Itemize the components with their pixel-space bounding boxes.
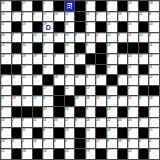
cell-r9c14[interactable]: 24 — [149, 96, 159, 106]
cipher-number: 24 — [43, 54, 47, 57]
cell-r14c7 — [75, 149, 85, 159]
cell-r4c6[interactable]: 20 — [65, 43, 75, 53]
cipher-number: 14 — [149, 22, 153, 25]
cell-r14c9 — [96, 149, 106, 159]
cipher-number: 11 — [128, 96, 131, 99]
cell-r14c8[interactable]: 19 — [86, 149, 96, 159]
cell-r7c6[interactable]: 8 — [65, 75, 75, 85]
cell-r2c1 — [12, 22, 22, 32]
cell-r14c0[interactable]: 12 — [1, 149, 11, 159]
cell-r1c14[interactable]: 8 — [149, 12, 159, 22]
cell-r1c12[interactable]: 7 — [128, 12, 138, 22]
cell-r9c1[interactable]: 18 — [12, 96, 22, 106]
cell-r13c5[interactable]: 6 — [54, 139, 64, 149]
cipher-number: 25 — [43, 33, 47, 36]
cell-r2c14[interactable]: 14 — [149, 22, 159, 32]
cell-r13c1[interactable]: 3 — [12, 139, 22, 149]
cipher-number: 22 — [149, 75, 153, 78]
cell-r7c4 — [43, 75, 53, 85]
cipher-number: 17 — [139, 54, 143, 57]
cell-r5c3[interactable]: 19 — [33, 54, 43, 64]
cipher-number: 2 — [86, 22, 88, 25]
cipher-number: 8 — [118, 96, 120, 99]
cell-r1c10[interactable]: 17 — [107, 12, 117, 22]
cipher-number: 11 — [128, 33, 131, 36]
cell-r7c9[interactable]: 26 — [96, 75, 106, 85]
cell-r9c9[interactable]: 11 — [96, 96, 106, 106]
cell-r11c8[interactable]: 18 — [86, 118, 96, 128]
cell-r12c2[interactable]: 21 — [22, 128, 32, 138]
cell-r1c9[interactable]: 8 — [96, 12, 106, 22]
cell-r11c12[interactable]: 26 — [128, 118, 138, 128]
cipher-number: 10 — [86, 139, 90, 142]
cell-r12c11 — [118, 128, 128, 138]
cell-r5c12[interactable]: 14 — [128, 54, 138, 64]
cell-r6c11 — [118, 65, 128, 75]
cell-r7c13[interactable]: 2 — [139, 75, 149, 85]
cipher-number: 2 — [128, 86, 130, 89]
cipher-number: 9 — [22, 86, 24, 89]
cell-r5c11[interactable]: 3 — [118, 54, 128, 64]
cell-r6c7 — [75, 65, 85, 75]
cell-r9c3[interactable]: 15 — [33, 96, 43, 106]
cipher-number: 24 — [96, 118, 100, 121]
cipher-number: 8 — [128, 107, 130, 110]
cell-r10c7 — [75, 107, 85, 117]
cipher-number: 8 — [107, 54, 109, 57]
cell-r6c9 — [96, 65, 106, 75]
cell-r4c0[interactable]: 25 — [1, 43, 11, 53]
cipher-number: 8 — [1, 128, 3, 131]
cell-r3c7[interactable]: 8 — [75, 33, 85, 43]
cell-r9c2[interactable]: 16 — [22, 96, 32, 106]
cipher-number: 11 — [149, 43, 152, 46]
cipher-number: 8 — [1, 75, 3, 78]
cell-r12c4[interactable]: 8 — [43, 128, 53, 138]
cell-r0c12[interactable]: 10 — [128, 1, 138, 11]
cell-r13c9[interactable]: 17 — [96, 139, 106, 149]
cell-r4c2[interactable]: 10 — [22, 43, 32, 53]
cipher-number: 9 — [107, 86, 109, 89]
cipher-number: 26 — [96, 75, 100, 78]
cell-r2c9 — [96, 22, 106, 32]
cell-r0c2[interactable]: 17 — [22, 1, 32, 11]
cell-r11c0[interactable]: 10 — [1, 118, 11, 128]
cell-r12c14[interactable]: 25 — [149, 128, 159, 138]
cipher-number: 8 — [149, 33, 151, 36]
cell-r5c9 — [96, 54, 106, 64]
cell-r5c8 — [86, 54, 96, 64]
cell-r14c14[interactable]: 8 — [149, 149, 159, 159]
cell-r8c6[interactable]: 15 — [65, 86, 75, 96]
cipher-number: 17 — [43, 86, 47, 89]
cipher-number: 26 — [54, 33, 58, 36]
cipher-number: 20 — [65, 43, 69, 46]
cell-r4c10[interactable]: 18 — [107, 43, 117, 53]
cell-r0c0[interactable]: 16 — [1, 1, 11, 11]
cipher-number: 10 — [128, 1, 132, 4]
cipher-number: 24 — [1, 139, 5, 142]
cell-r6c0 — [1, 65, 11, 75]
cell-r0c8[interactable]: 8 — [86, 1, 96, 11]
cell-r1c6[interactable]: 11 — [65, 12, 75, 22]
cipher-number: 11 — [139, 12, 142, 15]
cipher-number: 24 — [128, 149, 132, 152]
cell-r5c6[interactable]: 11 — [65, 54, 75, 64]
cell-r2c8[interactable]: 2 — [86, 22, 96, 32]
cipher-number: 14 — [43, 149, 47, 152]
cipher-number: 18 — [86, 118, 90, 121]
cell-r9c6 — [65, 96, 75, 106]
cell-r9c11[interactable]: 8 — [118, 96, 128, 106]
cipher-number: 16 — [22, 96, 26, 99]
cipher-number: 8 — [22, 118, 24, 121]
cipher-number: 15 — [65, 86, 69, 89]
cipher-number: 18 — [22, 54, 26, 57]
cipher-number: 18 — [149, 54, 153, 57]
cell-r1c8[interactable]: 11 — [86, 12, 96, 22]
cell-r7c14[interactable]: 22 — [149, 75, 159, 85]
cell-r6c12[interactable]: 11 — [128, 65, 138, 75]
cell-r8c14 — [149, 86, 159, 96]
cell-r11c10[interactable]: 22 — [107, 118, 117, 128]
cipher-number: 11 — [1, 22, 4, 25]
cell-r3c0[interactable]: 26 — [1, 33, 11, 43]
cell-r8c2[interactable]: 9 — [22, 86, 32, 96]
cell-r3c13[interactable]: 14 — [139, 33, 149, 43]
cell-r12c13 — [139, 128, 149, 138]
entered-letter: D — [43, 24, 53, 32]
cell-r3c6[interactable]: 13 — [65, 33, 75, 43]
cell-r5c1[interactable]: 3 — [12, 54, 22, 64]
cipher-number: 24 — [65, 149, 69, 152]
cell-r11c1[interactable]: 2 — [12, 118, 22, 128]
cell-r14c2[interactable]: 18 — [22, 149, 32, 159]
cell-r2c12[interactable]: 15 — [128, 22, 138, 32]
cipher-number: 11 — [128, 65, 131, 68]
cell-r1c5[interactable]: 14 — [54, 12, 64, 22]
cell-r8c4[interactable]: 17 — [43, 86, 53, 96]
cell-r8c7 — [75, 86, 85, 96]
cipher-number: 14 — [54, 12, 58, 15]
cell-r0c6[interactable]: 26B — [65, 1, 75, 11]
cell-r11c2[interactable]: 8 — [22, 118, 32, 128]
cipher-number: 10 — [22, 43, 26, 46]
cell-r1c3[interactable]: 8 — [33, 12, 43, 22]
cell-r12c0[interactable]: 8 — [1, 128, 11, 138]
cell-r8c0[interactable]: 8 — [1, 86, 11, 96]
cipher-number: 11 — [86, 12, 89, 15]
cell-r7c8[interactable]: 8 — [86, 75, 96, 85]
cipher-number: 15 — [128, 22, 132, 25]
cell-r7c3[interactable]: 13 — [33, 75, 43, 85]
cipher-number: 25 — [1, 43, 5, 46]
cell-r7c10 — [107, 75, 117, 85]
cipher-number: 8 — [54, 54, 56, 57]
cell-r9c13[interactable]: 8 — [139, 96, 149, 106]
cell-r7c5[interactable]: 18 — [54, 75, 64, 85]
cipher-number: 26 — [75, 75, 79, 78]
cipher-number: 10 — [1, 54, 5, 57]
cell-r6c2[interactable]: 17 — [22, 65, 32, 75]
cipher-number: 17 — [107, 12, 111, 15]
cell-r10c10[interactable]: 18 — [107, 107, 117, 117]
cipher-number: 26 — [1, 33, 5, 36]
cell-r0c9 — [96, 1, 106, 11]
cipher-number: 9 — [86, 107, 88, 110]
cell-r9c0[interactable]: 11 — [1, 96, 11, 106]
cell-r2c6[interactable]: 26 — [65, 22, 75, 32]
cipher-number: 23 — [86, 65, 90, 68]
cipher-number: 18 — [54, 75, 58, 78]
cipher-number: 11 — [65, 54, 68, 57]
cell-r6c6[interactable]: 24 — [65, 65, 75, 75]
cell-r13c8[interactable]: 10 — [86, 139, 96, 149]
cell-r5c5[interactable]: 8 — [54, 54, 64, 64]
cipher-number: 8 — [22, 33, 24, 36]
cell-r8c8[interactable]: 17 — [86, 86, 96, 96]
cell-r5c7[interactable]: 18 — [75, 54, 85, 64]
cipher-number: 26 — [86, 33, 90, 36]
cipher-number: 17 — [128, 128, 132, 131]
cell-r10c2 — [22, 107, 32, 117]
cipher-number: 24 — [75, 96, 79, 99]
cell-r4c1 — [12, 43, 22, 53]
cell-r4c4[interactable]: 9 — [43, 43, 53, 53]
cell-r10c14[interactable]: 2 — [149, 107, 159, 117]
cipher-number: 18 — [107, 107, 111, 110]
cell-r5c10[interactable]: 8 — [107, 54, 117, 64]
cell-r4c8[interactable]: 8 — [86, 43, 96, 53]
cipher-number: 7 — [128, 12, 130, 15]
cell-r1c11[interactable]: 24 — [118, 12, 128, 22]
cell-r8c12[interactable]: 2 — [128, 86, 138, 96]
cipher-number: 17 — [43, 12, 47, 15]
cell-r8c10[interactable]: 9 — [107, 86, 117, 96]
cell-r2c10[interactable]: 26 — [107, 22, 117, 32]
cell-r13c3[interactable]: 16 — [33, 139, 43, 149]
cell-r4c5 — [54, 43, 64, 53]
cell-r10c12[interactable]: 8 — [128, 107, 138, 117]
cipher-number: 8 — [33, 12, 35, 15]
cipher-number: 18 — [107, 43, 111, 46]
cell-r5c14[interactable]: 18 — [149, 54, 159, 64]
cell-r5c2[interactable]: 18 — [22, 54, 32, 64]
cipher-number: 4 — [149, 139, 151, 142]
cell-r0c10[interactable]: 2 — [107, 1, 117, 11]
cell-r7c2[interactable]: 12 — [22, 75, 32, 85]
cell-r11c6[interactable]: 17 — [65, 118, 75, 128]
cell-r8c9 — [96, 86, 106, 96]
cell-r6c14[interactable]: 11 — [149, 65, 159, 75]
cipher-number: 4 — [65, 139, 67, 142]
cell-r3c3[interactable]: 10 — [33, 33, 43, 43]
cell-r3c8[interactable]: 26 — [86, 33, 96, 43]
cell-r6c4[interactable]: 26 — [43, 65, 53, 75]
cell-r1c0[interactable]: 15 — [1, 12, 11, 22]
cell-r11c9[interactable]: 24 — [96, 118, 106, 128]
cell-r0c4[interactable]: 1 — [43, 1, 53, 11]
cipher-number: 6 — [54, 139, 56, 142]
cell-r11c14[interactable]: 7 — [149, 118, 159, 128]
cipher-number: 1 — [43, 1, 45, 4]
cipher-number: 16 — [33, 139, 37, 142]
cell-r3c4[interactable]: 25 — [43, 33, 53, 43]
cell-r3c10[interactable]: 15 — [107, 33, 117, 43]
cell-r7c0[interactable]: 8 — [1, 75, 11, 85]
cipher-number: 8 — [128, 139, 130, 142]
cell-r12c10[interactable]: 18 — [107, 128, 117, 138]
cell-r9c12[interactable]: 11 — [128, 96, 138, 106]
cell-r6c8[interactable]: 23 — [86, 65, 96, 75]
cell-r14c6[interactable]: 24 — [65, 149, 75, 159]
cell-r13c6[interactable]: 4 — [65, 139, 75, 149]
cell-r11c7[interactable]: 8 — [75, 118, 85, 128]
cipher-number: 16 — [1, 1, 5, 4]
cell-r6c5 — [54, 65, 64, 75]
cell-r10c5 — [54, 107, 64, 117]
cell-r8c11 — [118, 86, 128, 96]
cell-r12c6[interactable]: 19 — [65, 128, 75, 138]
cell-r13c10[interactable]: 8 — [107, 139, 117, 149]
cell-r7c12[interactable]: 24 — [128, 75, 138, 85]
cell-r7c11[interactable]: 9 — [118, 75, 128, 85]
cipher-number: 24 — [118, 12, 122, 15]
cipher-number: 7 — [149, 118, 151, 121]
cell-r10c8[interactable]: 9 — [86, 107, 96, 117]
cipher-number: 10 — [1, 118, 5, 121]
cipher-number: 9 — [118, 33, 120, 36]
cipher-number: 8 — [43, 96, 45, 99]
cipher-number: 26 — [86, 96, 90, 99]
cell-r2c7 — [75, 22, 85, 32]
cell-r2c0[interactable]: 11 — [1, 22, 11, 32]
cell-r7c1[interactable]: 11 — [12, 75, 22, 85]
cell-r14c5 — [54, 149, 64, 159]
cipher-number: 8 — [96, 12, 98, 15]
cell-r1c1[interactable]: 9 — [12, 12, 22, 22]
cell-r11c3[interactable]: 15 — [33, 118, 43, 128]
cipher-number: 24 — [107, 65, 111, 68]
cell-r1c2[interactable]: 2 — [22, 12, 32, 22]
cipher-number: 10 — [33, 33, 37, 36]
cipher-number: 18 — [12, 96, 16, 99]
cell-r13c14[interactable]: 4 — [149, 139, 159, 149]
cell-r2c4[interactable]: 19D — [43, 22, 53, 32]
cell-r4c3 — [33, 43, 43, 53]
cipher-number: 8 — [75, 118, 77, 121]
cell-r7c7[interactable]: 26 — [75, 75, 85, 85]
cell-r11c5[interactable]: 26 — [54, 118, 64, 128]
cell-r2c2[interactable]: 10 — [22, 22, 32, 32]
cell-r13c4[interactable]: 9 — [43, 139, 53, 149]
cell-r9c7[interactable]: 24 — [75, 96, 85, 106]
cell-r11c13[interactable]: 8 — [139, 118, 149, 128]
cipher-number: 21 — [22, 128, 26, 131]
cell-r1c7 — [75, 12, 85, 22]
cell-r3c9[interactable]: 3 — [96, 33, 106, 43]
cell-r2c13 — [139, 22, 149, 32]
cell-r9c4[interactable]: 8 — [43, 96, 53, 106]
cipher-number: 11 — [1, 96, 4, 99]
cell-r0c14[interactable]: 18 — [149, 1, 159, 11]
cipher-number: 15 — [1, 12, 5, 15]
cell-r13c13[interactable]: 6 — [139, 139, 149, 149]
cell-r14c4[interactable]: 14 — [43, 149, 53, 159]
cipher-number: 24 — [149, 96, 153, 99]
cipher-number: 18 — [22, 149, 26, 152]
cipher-number: 26 — [43, 65, 47, 68]
cell-r9c8[interactable]: 26 — [86, 96, 96, 106]
cipher-number: 8 — [1, 107, 3, 110]
cell-r6c13 — [139, 65, 149, 75]
cell-r13c0[interactable]: 24 — [1, 139, 11, 149]
cipher-number: 7 — [107, 149, 109, 152]
cipher-number: 19 — [86, 149, 90, 152]
cipher-number: 14 — [139, 33, 143, 36]
cell-r5c13[interactable]: 17 — [139, 54, 149, 64]
cell-r6c10[interactable]: 24 — [107, 65, 117, 75]
cell-r11c4[interactable]: 11 — [43, 118, 53, 128]
cell-r3c14[interactable]: 8 — [149, 33, 159, 43]
cipher-number: 18 — [75, 54, 79, 57]
cell-r3c12[interactable]: 11 — [128, 33, 138, 43]
cipher-number: 26 — [118, 139, 122, 142]
cell-r10c0[interactable]: 8 — [1, 107, 11, 117]
cipher-number: 26 — [107, 22, 111, 25]
cell-r10c6[interactable]: 24 — [65, 107, 75, 117]
cell-r10c4[interactable]: 13 — [43, 107, 53, 117]
cipher-number: 9 — [118, 75, 120, 78]
cell-r12c12[interactable]: 17 — [128, 128, 138, 138]
cipher-number: 17 — [96, 139, 100, 142]
cell-r5c4[interactable]: 24 — [43, 54, 53, 64]
cell-r1c13[interactable]: 11 — [139, 12, 149, 22]
cell-r4c14[interactable]: 11 — [149, 43, 159, 53]
cipher-number: 11 — [96, 96, 99, 99]
cipher-number: 13 — [43, 107, 47, 110]
cell-r5c0[interactable]: 10 — [1, 54, 11, 64]
cipher-number: 24 — [65, 65, 69, 68]
cell-r11c11[interactable]: 24 — [118, 118, 128, 128]
cell-r3c2[interactable]: 8 — [22, 33, 32, 43]
cell-r9c10[interactable]: 18 — [107, 96, 117, 106]
cipher-number: 8 — [86, 1, 88, 4]
cipher-number: 26 — [128, 118, 132, 121]
cipher-number: 8 — [1, 86, 3, 89]
cell-r12c8[interactable]: 10 — [86, 128, 96, 138]
cell-r14c10[interactable]: 7 — [107, 149, 117, 159]
cell-r3c11[interactable]: 9 — [118, 33, 128, 43]
cipher-number: 17 — [22, 1, 26, 4]
cell-r10c3 — [33, 107, 43, 117]
cell-r13c12[interactable]: 8 — [128, 139, 138, 149]
cell-r13c11[interactable]: 26 — [118, 139, 128, 149]
cell-r0c11 — [118, 1, 128, 11]
cell-r13c2[interactable]: 2 — [22, 139, 32, 149]
cell-r0c7 — [75, 1, 85, 11]
cell-r1c4[interactable]: 17 — [43, 12, 53, 22]
cipher-number: 10 — [22, 22, 26, 25]
cell-r3c1[interactable]: 9 — [12, 33, 22, 43]
cell-r14c12[interactable]: 24 — [128, 149, 138, 159]
cell-r12c5 — [54, 128, 64, 138]
cipher-number: 13 — [65, 33, 69, 36]
cell-r3c5[interactable]: 26 — [54, 33, 64, 43]
cipher-number: 6 — [139, 139, 141, 142]
cipher-number: 8 — [86, 43, 88, 46]
cipher-number: 3 — [118, 54, 120, 57]
